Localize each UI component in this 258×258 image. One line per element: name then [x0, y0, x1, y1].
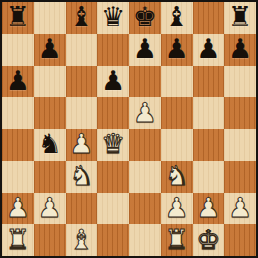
square-a4[interactable] — [2, 129, 34, 161]
white-knight-piece: ♞ — [165, 162, 189, 189]
square-e2[interactable] — [129, 193, 161, 225]
white-knight-piece: ♞ — [69, 162, 93, 189]
black-rook-piece: ♜ — [228, 3, 252, 30]
square-h3[interactable] — [224, 161, 256, 193]
square-e3[interactable] — [129, 161, 161, 193]
square-e7[interactable]: ♟ — [129, 34, 161, 66]
square-g4[interactable] — [193, 129, 225, 161]
square-b7[interactable]: ♟ — [34, 34, 66, 66]
square-d1[interactable] — [97, 224, 129, 256]
square-d4[interactable]: ♛ — [97, 129, 129, 161]
square-b8[interactable] — [34, 2, 66, 34]
square-f4[interactable] — [161, 129, 193, 161]
square-b6[interactable] — [34, 66, 66, 98]
square-f2[interactable]: ♟ — [161, 193, 193, 225]
white-pawn-piece: ♟ — [6, 194, 30, 221]
square-d8[interactable]: ♛ — [97, 2, 129, 34]
black-pawn-piece: ♟ — [228, 35, 252, 62]
square-g2[interactable]: ♟ — [193, 193, 225, 225]
white-pawn-piece: ♟ — [196, 194, 220, 221]
square-b4[interactable]: ♞ — [34, 129, 66, 161]
black-pawn-piece: ♟ — [133, 35, 157, 62]
square-e8[interactable]: ♚ — [129, 2, 161, 34]
square-c3[interactable]: ♞ — [66, 161, 98, 193]
square-g1[interactable]: ♚ — [193, 224, 225, 256]
black-rook-piece: ♜ — [6, 3, 30, 30]
white-pawn-piece: ♟ — [69, 130, 93, 157]
square-d6[interactable]: ♟ — [97, 66, 129, 98]
square-a3[interactable] — [2, 161, 34, 193]
black-knight-piece: ♞ — [38, 130, 62, 157]
white-pawn-piece: ♟ — [133, 99, 157, 126]
square-g6[interactable] — [193, 66, 225, 98]
square-f8[interactable]: ♝ — [161, 2, 193, 34]
square-e6[interactable] — [129, 66, 161, 98]
square-g8[interactable] — [193, 2, 225, 34]
square-g3[interactable] — [193, 161, 225, 193]
square-f6[interactable] — [161, 66, 193, 98]
square-e5[interactable]: ♟ — [129, 97, 161, 129]
square-f1[interactable]: ♜ — [161, 224, 193, 256]
chess-board-frame: ♜♝♛♚♝♜♟♟♟♟♟♟♟♟♞♟♛♞♞♟♟♟♟♟♜♝♜♚ — [0, 0, 258, 258]
square-b3[interactable] — [34, 161, 66, 193]
square-b1[interactable] — [34, 224, 66, 256]
square-c1[interactable]: ♝ — [66, 224, 98, 256]
square-c7[interactable] — [66, 34, 98, 66]
square-b2[interactable]: ♟ — [34, 193, 66, 225]
square-f5[interactable] — [161, 97, 193, 129]
square-h8[interactable]: ♜ — [224, 2, 256, 34]
black-bishop-piece: ♝ — [165, 3, 189, 30]
square-f7[interactable]: ♟ — [161, 34, 193, 66]
square-c5[interactable] — [66, 97, 98, 129]
white-rook-piece: ♜ — [165, 226, 189, 253]
square-h1[interactable] — [224, 224, 256, 256]
square-a5[interactable] — [2, 97, 34, 129]
black-pawn-piece: ♟ — [38, 35, 62, 62]
square-a6[interactable]: ♟ — [2, 66, 34, 98]
square-d3[interactable] — [97, 161, 129, 193]
square-c6[interactable] — [66, 66, 98, 98]
square-b5[interactable] — [34, 97, 66, 129]
square-h5[interactable] — [224, 97, 256, 129]
square-a2[interactable]: ♟ — [2, 193, 34, 225]
white-king-piece: ♚ — [196, 226, 220, 253]
square-c2[interactable] — [66, 193, 98, 225]
white-rook-piece: ♜ — [6, 226, 30, 253]
black-pawn-piece: ♟ — [196, 35, 220, 62]
white-pawn-piece: ♟ — [38, 194, 62, 221]
square-e4[interactable] — [129, 129, 161, 161]
square-d5[interactable] — [97, 97, 129, 129]
square-a8[interactable]: ♜ — [2, 2, 34, 34]
square-f3[interactable]: ♞ — [161, 161, 193, 193]
square-c4[interactable]: ♟ — [66, 129, 98, 161]
square-c8[interactable]: ♝ — [66, 2, 98, 34]
white-bishop-piece: ♝ — [69, 226, 93, 253]
square-h4[interactable] — [224, 129, 256, 161]
square-h7[interactable]: ♟ — [224, 34, 256, 66]
square-d2[interactable] — [97, 193, 129, 225]
square-e1[interactable] — [129, 224, 161, 256]
chess-board: ♜♝♛♚♝♜♟♟♟♟♟♟♟♟♞♟♛♞♞♟♟♟♟♟♜♝♜♚ — [2, 2, 256, 256]
white-pawn-piece: ♟ — [228, 194, 252, 221]
black-bishop-piece: ♝ — [69, 3, 93, 30]
black-pawn-piece: ♟ — [165, 35, 189, 62]
square-h6[interactable] — [224, 66, 256, 98]
square-a7[interactable] — [2, 34, 34, 66]
square-a1[interactable]: ♜ — [2, 224, 34, 256]
black-queen-piece: ♛ — [101, 3, 125, 30]
square-d7[interactable] — [97, 34, 129, 66]
white-pawn-piece: ♟ — [165, 194, 189, 221]
black-king-piece: ♚ — [133, 3, 157, 30]
square-g7[interactable]: ♟ — [193, 34, 225, 66]
square-h2[interactable]: ♟ — [224, 193, 256, 225]
black-pawn-piece: ♟ — [101, 67, 125, 94]
white-queen-piece: ♛ — [101, 130, 125, 157]
square-g5[interactable] — [193, 97, 225, 129]
black-pawn-piece: ♟ — [6, 67, 30, 94]
